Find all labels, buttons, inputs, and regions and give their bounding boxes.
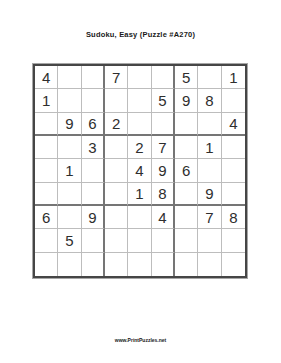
- cell-r4c6-given: 7: [152, 136, 175, 159]
- cell-r5c4-empty: [105, 159, 128, 182]
- footer-site-url: www.PrintPuzzles.net: [0, 337, 281, 344]
- cell-r1c5-empty: [128, 66, 151, 89]
- cell-r6c2-empty: [58, 183, 81, 206]
- cell-r7c3-given: 9: [82, 206, 105, 229]
- cell-r9c5-empty: [128, 253, 151, 276]
- cell-r8c5-empty: [128, 229, 151, 252]
- cell-r7c2-empty: [58, 206, 81, 229]
- cell-r2c5-empty: [128, 89, 151, 112]
- cell-r8c1-empty: [35, 229, 58, 252]
- cell-r7c4-empty: [105, 206, 128, 229]
- cell-r1c7-given: 5: [175, 66, 198, 89]
- cell-r7c5-empty: [128, 206, 151, 229]
- cell-r5c1-empty: [35, 159, 58, 182]
- cell-r3c6-empty: [152, 113, 175, 136]
- cell-r3c3-given: 6: [82, 113, 105, 136]
- cell-r3c9-given: 4: [222, 113, 245, 136]
- cell-r4c3-given: 3: [82, 136, 105, 159]
- cell-r2c1-given: 1: [35, 89, 58, 112]
- cell-r1c2-empty: [58, 66, 81, 89]
- cell-r3c8-empty: [198, 113, 221, 136]
- cell-r9c2-empty: [58, 253, 81, 276]
- cell-r8c2-given: 5: [58, 229, 81, 252]
- cell-r1c6-empty: [152, 66, 175, 89]
- cell-r6c4-empty: [105, 183, 128, 206]
- cell-r5c3-empty: [82, 159, 105, 182]
- cell-r5c7-given: 6: [175, 159, 198, 182]
- cell-r4c4-empty: [105, 136, 128, 159]
- cell-r3c2-given: 9: [58, 113, 81, 136]
- cell-r2c8-given: 8: [198, 89, 221, 112]
- cell-r2c2-empty: [58, 89, 81, 112]
- cell-r5c9-empty: [222, 159, 245, 182]
- cell-r4c7-empty: [175, 136, 198, 159]
- cell-r6c5-given: 1: [128, 183, 151, 206]
- cell-r1c4-given: 7: [105, 66, 128, 89]
- cell-r2c3-empty: [82, 89, 105, 112]
- cell-r7c9-given: 8: [222, 206, 245, 229]
- cell-r7c7-empty: [175, 206, 198, 229]
- puzzle-title: Sudoku, Easy (Puzzle #A270): [0, 30, 281, 40]
- cell-r8c8-empty: [198, 229, 221, 252]
- cell-r8c9-empty: [222, 229, 245, 252]
- cell-r4c5-given: 2: [128, 136, 151, 159]
- cell-r5c8-empty: [198, 159, 221, 182]
- cell-r4c2-empty: [58, 136, 81, 159]
- cell-r5c2-given: 1: [58, 159, 81, 182]
- cell-r9c1-empty: [35, 253, 58, 276]
- cell-r2c6-given: 5: [152, 89, 175, 112]
- cell-r6c1-empty: [35, 183, 58, 206]
- cell-r8c6-empty: [152, 229, 175, 252]
- cell-r8c3-empty: [82, 229, 105, 252]
- printable-sudoku-page: Sudoku, Easy (Puzzle #A270) 475115989624…: [0, 0, 281, 363]
- cell-r3c4-given: 2: [105, 113, 128, 136]
- cell-r2c7-given: 9: [175, 89, 198, 112]
- cell-r3c7-empty: [175, 113, 198, 136]
- cell-r4c8-given: 1: [198, 136, 221, 159]
- cell-r2c4-empty: [105, 89, 128, 112]
- cell-r5c6-given: 9: [152, 159, 175, 182]
- cell-r6c9-empty: [222, 183, 245, 206]
- cell-r6c8-given: 9: [198, 183, 221, 206]
- cell-r5c5-given: 4: [128, 159, 151, 182]
- cell-r6c3-empty: [82, 183, 105, 206]
- cell-r9c6-empty: [152, 253, 175, 276]
- cell-r1c8-empty: [198, 66, 221, 89]
- cell-r4c1-empty: [35, 136, 58, 159]
- cell-r9c4-empty: [105, 253, 128, 276]
- cell-r4c9-empty: [222, 136, 245, 159]
- cell-r9c9-empty: [222, 253, 245, 276]
- cell-r9c7-empty: [175, 253, 198, 276]
- cell-r3c1-empty: [35, 113, 58, 136]
- cell-r8c4-empty: [105, 229, 128, 252]
- cell-r1c1-given: 4: [35, 66, 58, 89]
- cell-r9c3-empty: [82, 253, 105, 276]
- cell-r2c9-empty: [222, 89, 245, 112]
- cell-r6c6-given: 8: [152, 183, 175, 206]
- cell-r6c7-empty: [175, 183, 198, 206]
- cell-r3c5-empty: [128, 113, 151, 136]
- sudoku-grid: 47511598962432711496189694785: [33, 64, 247, 278]
- cell-r7c1-given: 6: [35, 206, 58, 229]
- cell-r8c7-empty: [175, 229, 198, 252]
- cell-r7c6-given: 4: [152, 206, 175, 229]
- cell-r7c8-given: 7: [198, 206, 221, 229]
- cell-r1c9-given: 1: [222, 66, 245, 89]
- cell-r1c3-empty: [82, 66, 105, 89]
- cell-r9c8-empty: [198, 253, 221, 276]
